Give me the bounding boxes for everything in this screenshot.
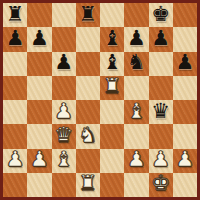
square-g7[interactable]: ♟	[149, 27, 173, 51]
piece-white-knight: ♞	[78, 125, 97, 146]
square-f2[interactable]: ♟	[124, 149, 148, 173]
square-h3[interactable]	[173, 124, 197, 148]
square-a8[interactable]: ♜	[3, 3, 27, 27]
square-c6[interactable]: ♟	[52, 52, 76, 76]
square-e4[interactable]	[100, 100, 124, 124]
square-f6[interactable]: ♞	[124, 52, 148, 76]
square-f3[interactable]	[124, 124, 148, 148]
square-d6[interactable]	[76, 52, 100, 76]
square-a3[interactable]	[3, 124, 27, 148]
square-d5[interactable]	[76, 76, 100, 100]
square-f5[interactable]	[124, 76, 148, 100]
square-b8[interactable]	[27, 3, 51, 27]
piece-black-rook: ♜	[78, 4, 97, 25]
square-e2[interactable]	[100, 149, 124, 173]
square-e6[interactable]: ♝	[100, 52, 124, 76]
square-h2[interactable]: ♟	[173, 149, 197, 173]
square-g3[interactable]	[149, 124, 173, 148]
square-g8[interactable]: ♚	[149, 3, 173, 27]
piece-white-pawn: ♟	[6, 149, 25, 170]
square-d8[interactable]: ♜	[76, 3, 100, 27]
piece-white-rook: ♜	[103, 76, 122, 97]
square-d3[interactable]: ♞	[76, 124, 100, 148]
square-e1[interactable]	[100, 173, 124, 197]
square-b1[interactable]	[27, 173, 51, 197]
square-h6[interactable]: ♟	[173, 52, 197, 76]
piece-black-pawn: ♟	[6, 28, 25, 49]
piece-black-pawn: ♟	[175, 52, 194, 73]
square-g6[interactable]	[149, 52, 173, 76]
piece-white-pawn: ♟	[30, 149, 49, 170]
piece-white-pawn: ♟	[151, 149, 170, 170]
piece-white-rook: ♜	[78, 173, 97, 194]
piece-white-pawn: ♟	[54, 101, 73, 122]
piece-black-pawn: ♟	[30, 28, 49, 49]
square-d2[interactable]	[76, 149, 100, 173]
square-f7[interactable]: ♟	[124, 27, 148, 51]
square-c5[interactable]	[52, 76, 76, 100]
square-a2[interactable]: ♟	[3, 149, 27, 173]
square-c4[interactable]: ♟	[52, 100, 76, 124]
square-a4[interactable]	[3, 100, 27, 124]
piece-white-bishop: ♝	[54, 149, 73, 170]
square-e7[interactable]: ♝	[100, 27, 124, 51]
square-b4[interactable]	[27, 100, 51, 124]
piece-white-pawn: ♟	[175, 149, 194, 170]
square-g1[interactable]: ♚	[149, 173, 173, 197]
square-f1[interactable]	[124, 173, 148, 197]
square-b3[interactable]	[27, 124, 51, 148]
square-g4[interactable]: ♛	[149, 100, 173, 124]
square-a7[interactable]: ♟	[3, 27, 27, 51]
square-a6[interactable]	[3, 52, 27, 76]
piece-black-bishop: ♝	[103, 52, 122, 73]
piece-black-king: ♚	[151, 4, 170, 25]
square-b6[interactable]	[27, 52, 51, 76]
square-a1[interactable]	[3, 173, 27, 197]
square-c7[interactable]	[52, 27, 76, 51]
piece-white-queen: ♛	[54, 125, 73, 146]
square-d4[interactable]	[76, 100, 100, 124]
square-h5[interactable]	[173, 76, 197, 100]
piece-white-pawn: ♟	[127, 149, 146, 170]
square-d1[interactable]: ♜	[76, 173, 100, 197]
square-h4[interactable]	[173, 100, 197, 124]
square-e8[interactable]	[100, 3, 124, 27]
square-h7[interactable]	[173, 27, 197, 51]
piece-black-rook: ♜	[6, 4, 25, 25]
square-g2[interactable]: ♟	[149, 149, 173, 173]
piece-black-bishop: ♝	[103, 28, 122, 49]
square-c2[interactable]: ♝	[52, 149, 76, 173]
chess-board: ♜♜♚♟♟♝♟♟♟♝♞♟♜♟♝♛♛♞♟♟♝♟♟♟♜♚	[0, 0, 200, 200]
piece-black-pawn: ♟	[127, 28, 146, 49]
square-c3[interactable]: ♛	[52, 124, 76, 148]
square-b5[interactable]	[27, 76, 51, 100]
piece-white-king: ♚	[151, 173, 170, 194]
piece-black-pawn: ♟	[54, 52, 73, 73]
square-g5[interactable]	[149, 76, 173, 100]
piece-white-bishop: ♝	[127, 101, 146, 122]
square-f8[interactable]	[124, 3, 148, 27]
square-e5[interactable]: ♜	[100, 76, 124, 100]
chess-diagram: ♜♜♚♟♟♝♟♟♟♝♞♟♜♟♝♛♛♞♟♟♝♟♟♟♜♚	[0, 0, 200, 200]
square-a5[interactable]	[3, 76, 27, 100]
square-h1[interactable]	[173, 173, 197, 197]
square-b2[interactable]: ♟	[27, 149, 51, 173]
piece-black-knight: ♞	[127, 52, 146, 73]
square-c8[interactable]	[52, 3, 76, 27]
square-c1[interactable]	[52, 173, 76, 197]
square-f4[interactable]: ♝	[124, 100, 148, 124]
square-b7[interactable]: ♟	[27, 27, 51, 51]
square-h8[interactable]	[173, 3, 197, 27]
piece-black-pawn: ♟	[151, 28, 170, 49]
piece-black-queen: ♛	[151, 101, 170, 122]
square-d7[interactable]	[76, 27, 100, 51]
square-e3[interactable]	[100, 124, 124, 148]
